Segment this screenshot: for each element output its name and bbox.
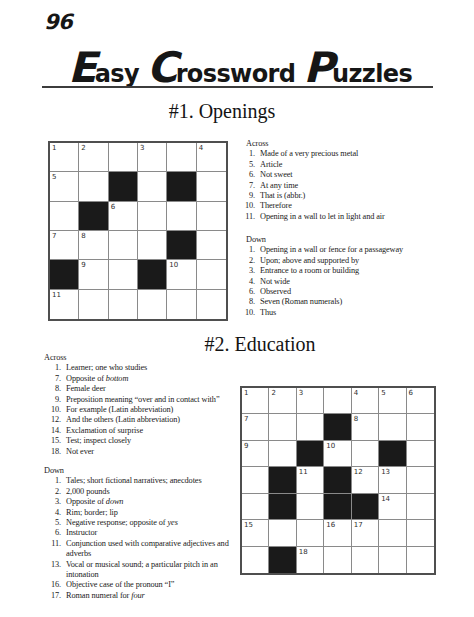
white-cell-r3c6 — [197, 202, 226, 231]
clue-number: 16. — [36, 580, 66, 590]
clue: 6.Instructor — [36, 528, 238, 538]
clue-text: Not wide — [260, 277, 443, 287]
clue: 3.Entrance to a room or building — [238, 266, 443, 276]
book-title: Easy Crossword Puzzles — [68, 43, 412, 92]
white-cell-r1c4: 3 — [138, 143, 167, 172]
clue: 10.For example (Latin abbreviation) — [36, 405, 238, 415]
white-cell-r1c3: 3 — [297, 388, 324, 414]
clue-text: Upon; above and supported by — [260, 256, 443, 266]
black-cell-r2c4 — [324, 414, 351, 440]
white-cell-r5c3 — [109, 260, 138, 289]
white-cell-r1c4 — [324, 388, 351, 414]
puzzle2-down-clues: Down1.Tales; short fictional narratives;… — [36, 466, 238, 601]
cell-number: 5 — [52, 173, 56, 181]
cell-number: 3 — [299, 389, 303, 397]
clue-number: 6. — [238, 170, 260, 180]
white-cell-r5c7 — [407, 494, 434, 520]
clue: 16.Objective case of the pronoun “I” — [36, 580, 238, 590]
clue-number: 11. — [238, 212, 260, 222]
white-cell-r4c1 — [242, 467, 269, 493]
white-cell-r5c6 — [197, 260, 226, 289]
white-cell-r4c2: 8 — [79, 231, 108, 260]
white-cell-r3c3: 6 — [109, 202, 138, 231]
cell-number: 14 — [381, 495, 390, 503]
black-cell-r5c2 — [269, 494, 296, 520]
clue: 15.Test; inspect closely — [36, 436, 238, 446]
white-cell-r1c6: 5 — [379, 388, 406, 414]
cell-number: 16 — [326, 521, 335, 529]
black-cell-r3c3 — [297, 441, 324, 467]
white-cell-r7c6 — [379, 547, 406, 573]
white-cell-r3c2 — [269, 441, 296, 467]
black-cell-r5c4 — [138, 260, 167, 289]
cell-number: 6 — [111, 203, 115, 211]
cell-number: 5 — [381, 389, 385, 397]
clue-number: 8. — [36, 384, 66, 394]
clue-section-heading: Down — [246, 235, 443, 245]
clue-number: 9. — [36, 395, 66, 405]
puzzle2-grid: 123456789101112131415161718 — [240, 386, 436, 575]
clue-text: Entrance to a room or building — [260, 266, 443, 276]
clue: 8.Seven (Roman numerals) — [238, 297, 443, 307]
cell-number: 11 — [52, 291, 61, 299]
white-cell-r6c1: 15 — [242, 520, 269, 546]
clue: 6.Not sweet — [238, 170, 443, 180]
clue-number: 4. — [36, 508, 66, 518]
white-cell-r2c1: 5 — [50, 172, 79, 201]
white-cell-r2c2 — [269, 414, 296, 440]
cell-number: 2 — [81, 144, 85, 152]
clue-text: Not sweet — [260, 170, 443, 180]
clue-text: Thus — [260, 308, 443, 318]
white-cell-r3c1 — [50, 202, 79, 231]
white-cell-r7c4 — [324, 547, 351, 573]
clue-number: 1. — [238, 245, 260, 255]
clue-text: Article — [260, 160, 443, 170]
white-cell-r6c3 — [109, 290, 138, 319]
clue-text: Test; inspect closely — [66, 436, 238, 446]
white-cell-r1c3 — [109, 143, 138, 172]
white-cell-r2c3 — [297, 414, 324, 440]
white-cell-r2c6 — [379, 414, 406, 440]
white-cell-r1c5: 4 — [352, 388, 379, 414]
clue-number: 15. — [36, 436, 66, 446]
clue-text: And the others (Latin abbreviation) — [66, 415, 238, 425]
white-cell-r2c2 — [79, 172, 108, 201]
clue-text: Opening in a wall to let in light and ai… — [260, 212, 443, 222]
clue-number: 5. — [36, 518, 66, 528]
cell-number: 6 — [409, 389, 413, 397]
white-cell-r6c4 — [138, 290, 167, 319]
clue-text: Made of a very precious metal — [260, 149, 443, 159]
white-cell-r4c1: 7 — [50, 231, 79, 260]
clue-text: Learner; one who studies — [66, 363, 238, 373]
white-cell-r3c4: 10 — [324, 441, 351, 467]
black-cell-r7c2 — [269, 547, 296, 573]
clue-text: Opening in a wall or fence for a passage… — [260, 245, 443, 255]
clue-number: 2. — [36, 487, 66, 497]
white-cell-r4c4 — [138, 231, 167, 260]
clue: 18.Not ever — [36, 447, 238, 457]
clue-number: 7. — [36, 374, 66, 384]
clue: 2.2,000 pounds — [36, 487, 238, 497]
white-cell-r6c1: 11 — [50, 290, 79, 319]
white-cell-r4c6: 13 — [379, 467, 406, 493]
clue-text: Vocal or musical sound; a particular pit… — [66, 560, 238, 581]
white-cell-r6c6 — [197, 290, 226, 319]
cell-number: 9 — [244, 442, 248, 450]
cell-number: 13 — [381, 468, 390, 476]
cell-number: 4 — [354, 389, 358, 397]
white-cell-r5c3 — [297, 494, 324, 520]
clue: 11.Conjunction used with comparative adj… — [36, 539, 238, 560]
puzzle2-across-clues: Across1.Learner; one who studies7.Opposi… — [36, 353, 238, 457]
clue-number: 3. — [36, 497, 66, 507]
white-cell-r2c4 — [138, 172, 167, 201]
book-title-text: uzzles — [332, 60, 412, 88]
clue-number: 3. — [238, 266, 260, 276]
clue-number: 10. — [238, 308, 260, 318]
cell-number: 1 — [244, 389, 248, 397]
white-cell-r6c5: 17 — [352, 520, 379, 546]
black-cell-r4c5 — [167, 231, 196, 260]
clue-text: Objective case of the pronoun “I” — [66, 580, 238, 590]
clue: 10.Therefore — [238, 201, 443, 211]
cell-number: 7 — [244, 415, 248, 423]
clue-number: 1. — [36, 363, 66, 373]
clue-text: Opposite of bottom — [66, 374, 238, 384]
clue: 4.Not wide — [238, 277, 443, 287]
clue-number: 12. — [36, 415, 66, 425]
cell-number: 3 — [140, 144, 144, 152]
black-cell-r2c3 — [109, 172, 138, 201]
white-cell-r6c6 — [379, 520, 406, 546]
white-cell-r3c4 — [138, 202, 167, 231]
clue: 5.Negative response; opposite of yes — [36, 518, 238, 528]
clue-number: 4. — [238, 277, 260, 287]
white-cell-r3c1: 9 — [242, 441, 269, 467]
book-title-text: asy — [95, 60, 147, 88]
white-cell-r4c6 — [197, 231, 226, 260]
cell-number: 17 — [354, 521, 363, 529]
book-title-initial-p: P — [303, 43, 333, 92]
clue-text: Conjunction used with comparative adject… — [66, 539, 238, 560]
clue-text: 2,000 pounds — [66, 487, 238, 497]
white-cell-r1c5 — [167, 143, 196, 172]
clue: 9.Preposition meaning “over and in conta… — [36, 395, 238, 405]
white-cell-r4c5: 12 — [352, 467, 379, 493]
clue: 2.Upon; above and supported by — [238, 256, 443, 266]
white-cell-r2c1: 7 — [242, 414, 269, 440]
clue-section-heading: Down — [44, 466, 238, 476]
cell-number: 8 — [81, 232, 85, 240]
black-cell-r3c2 — [79, 202, 108, 231]
cell-number: 1 — [52, 144, 56, 152]
white-cell-r2c7 — [407, 414, 434, 440]
clue: 7.At any time — [238, 181, 443, 191]
white-cell-r7c3: 18 — [297, 547, 324, 573]
clue-number: 13. — [36, 560, 66, 581]
clue: 1.Made of a very precious metal — [238, 149, 443, 159]
clue: 4.Rim; border; lip — [36, 508, 238, 518]
clue-number: 6. — [238, 287, 260, 297]
white-cell-r2c6 — [197, 172, 226, 201]
cell-number: 10 — [326, 442, 335, 450]
white-cell-r6c5 — [167, 290, 196, 319]
puzzle1-across-clues: Across1.Made of a very precious metal5.A… — [238, 139, 443, 222]
clue-text: Exclamation of surprise — [66, 426, 238, 436]
black-cell-r4c4 — [324, 467, 351, 493]
clue-number: 11. — [36, 539, 66, 560]
clue: 12.And the others (Latin abbreviation) — [36, 415, 238, 425]
white-cell-r1c6: 4 — [197, 143, 226, 172]
white-cell-r6c2 — [79, 290, 108, 319]
clue-text: Female deer — [66, 384, 238, 394]
black-cell-r5c4 — [324, 494, 351, 520]
white-cell-r3c5 — [352, 441, 379, 467]
white-cell-r4c7 — [407, 467, 434, 493]
cell-number: 9 — [81, 261, 85, 269]
white-cell-r3c5 — [167, 202, 196, 231]
clue: 17.Roman numeral for four — [36, 591, 238, 601]
page-number: 96 — [44, 10, 72, 34]
cell-number: 15 — [244, 521, 253, 529]
clue: 10.Thus — [238, 308, 443, 318]
cell-number: 2 — [271, 389, 275, 397]
clue-number: 7. — [238, 181, 260, 191]
white-cell-r1c1: 1 — [50, 143, 79, 172]
white-cell-r1c2: 2 — [79, 143, 108, 172]
white-cell-r6c4: 16 — [324, 520, 351, 546]
white-cell-r2c5: 8 — [352, 414, 379, 440]
clue: 6.Observed — [238, 287, 443, 297]
puzzle1-title: #1. Openings — [0, 100, 459, 123]
clue-text: At any time — [260, 181, 443, 191]
clue-text: Rim; border; lip — [66, 508, 238, 518]
cell-number: 18 — [299, 548, 308, 556]
clue-number: 10. — [36, 405, 66, 415]
white-cell-r1c1: 1 — [242, 388, 269, 414]
clue-text: Not ever — [66, 447, 238, 457]
book-title-initial-c: C — [147, 43, 177, 92]
black-cell-r5c5 — [352, 494, 379, 520]
cell-number: 4 — [199, 144, 203, 152]
clue-number: 6. — [36, 528, 66, 538]
clue: 13.Vocal or musical sound; a particular … — [36, 560, 238, 581]
clue-text: Negative response; opposite of yes — [66, 518, 238, 528]
clue-number: 14. — [36, 426, 66, 436]
book-page: 96 Easy Crossword Puzzles #1. Openings 1… — [0, 0, 474, 617]
clue-number: 18. — [36, 447, 66, 457]
clue-text: Instructor — [66, 528, 238, 538]
cell-number: 12 — [354, 468, 363, 476]
white-cell-r5c1 — [242, 494, 269, 520]
clue-text: Seven (Roman numerals) — [260, 297, 443, 307]
clue-text: Therefore — [260, 201, 443, 211]
white-cell-r5c5: 10 — [167, 260, 196, 289]
clue: 11.Opening in a wall to let in light and… — [238, 212, 443, 222]
clue-text: Preposition meaning “over and in contact… — [66, 395, 238, 405]
white-cell-r6c7 — [407, 520, 434, 546]
cell-number: 10 — [169, 261, 178, 269]
white-cell-r3c7 — [407, 441, 434, 467]
puzzle1-down-clues: Down1.Opening in a wall or fence for a p… — [238, 235, 443, 318]
cell-number: 11 — [299, 468, 308, 476]
clue: 5.Article — [238, 160, 443, 170]
black-cell-r2c5 — [167, 172, 196, 201]
clue-number: 5. — [238, 160, 260, 170]
clue-number: 8. — [238, 297, 260, 307]
white-cell-r1c2: 2 — [269, 388, 296, 414]
clue-number: 17. — [36, 591, 66, 601]
clue-text: Opposite of down — [66, 497, 238, 507]
white-cell-r5c2: 9 — [79, 260, 108, 289]
book-title-initial-e: E — [68, 43, 96, 92]
white-cell-r7c5 — [352, 547, 379, 573]
black-cell-r4c2 — [269, 467, 296, 493]
white-cell-r4c3: 11 — [297, 467, 324, 493]
header-rule — [42, 86, 433, 88]
white-cell-r5c6: 14 — [379, 494, 406, 520]
black-cell-r3c6 — [379, 441, 406, 467]
clue: 1.Learner; one who studies — [36, 363, 238, 373]
clue-number: 10. — [238, 201, 260, 211]
white-cell-r7c1 — [242, 547, 269, 573]
clue: 9.That is (abbr.) — [238, 191, 443, 201]
clue-number: 9. — [238, 191, 260, 201]
book-title-text: rossword — [176, 60, 304, 88]
clue-number: 1. — [238, 149, 260, 159]
cell-number: 8 — [354, 415, 358, 423]
clue-text: That is (abbr.) — [260, 191, 443, 201]
clue: 1.Tales; short fictional narratives; ane… — [36, 476, 238, 486]
white-cell-r1c7: 6 — [407, 388, 434, 414]
clue: 14.Exclamation of surprise — [36, 426, 238, 436]
clue-section-heading: Across — [44, 353, 238, 363]
white-cell-r6c3 — [297, 520, 324, 546]
clue: 1.Opening in a wall or fence for a passa… — [238, 245, 443, 255]
clue-text: Tales; short fictional narratives; anecd… — [66, 476, 238, 486]
white-cell-r6c2 — [269, 520, 296, 546]
clue-text: Roman numeral for four — [66, 591, 238, 601]
clue-text: For example (Latin abbreviation) — [66, 405, 238, 415]
clue: 7.Opposite of bottom — [36, 374, 238, 384]
clue-section-heading: Across — [246, 139, 443, 149]
puzzle1-grid: 1234567891011 — [48, 141, 228, 321]
clue-number: 1. — [36, 476, 66, 486]
white-cell-r4c3 — [109, 231, 138, 260]
clue-number: 2. — [238, 256, 260, 266]
black-cell-r5c1 — [50, 260, 79, 289]
cell-number: 7 — [52, 232, 56, 240]
clue-text: Observed — [260, 287, 443, 297]
white-cell-r7c7 — [407, 547, 434, 573]
clue: 8.Female deer — [36, 384, 238, 394]
clue: 3.Opposite of down — [36, 497, 238, 507]
